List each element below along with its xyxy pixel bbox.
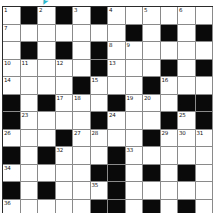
clue-number: 36 (4, 200, 10, 207)
black-cell (143, 165, 161, 183)
white-cell[interactable]: 19 (126, 95, 144, 113)
white-cell[interactable]: 1 (3, 7, 21, 25)
white-cell[interactable] (178, 42, 196, 60)
black-cell (91, 112, 109, 130)
black-cell (56, 130, 74, 148)
clue-number: 29 (162, 130, 168, 137)
clue-number: 12 (57, 60, 63, 67)
clue-number: 1 (4, 7, 7, 14)
clue-number: 19 (127, 95, 133, 102)
white-cell[interactable] (73, 182, 91, 200)
white-cell[interactable]: 7 (3, 25, 21, 43)
black-cell (3, 182, 21, 200)
white-cell[interactable] (196, 200, 214, 214)
white-cell[interactable] (3, 42, 21, 60)
white-cell[interactable]: 35 (91, 182, 109, 200)
white-cell[interactable] (143, 42, 161, 60)
white-cell[interactable] (196, 77, 214, 95)
white-cell[interactable]: 14 (3, 77, 21, 95)
clue-number: 11 (22, 60, 28, 67)
black-cell (196, 95, 214, 113)
crossword-grid: 1234567891011121314151617181920232425262… (2, 6, 213, 213)
white-cell[interactable] (73, 200, 91, 214)
white-cell[interactable] (38, 165, 56, 183)
black-cell (91, 165, 109, 183)
white-cell[interactable] (143, 112, 161, 130)
white-cell[interactable] (91, 25, 109, 43)
white-cell[interactable] (73, 165, 91, 183)
white-cell[interactable] (196, 147, 214, 165)
black-cell (143, 200, 161, 214)
black-cell (108, 200, 126, 214)
white-cell[interactable] (73, 60, 91, 78)
white-cell[interactable] (196, 7, 214, 25)
white-cell[interactable] (56, 182, 74, 200)
white-cell[interactable] (161, 95, 179, 113)
white-cell[interactable] (21, 165, 39, 183)
white-cell[interactable] (73, 147, 91, 165)
black-cell (91, 7, 109, 25)
clue-number: 15 (92, 77, 98, 84)
black-cell (3, 95, 21, 113)
black-cell (91, 200, 109, 214)
white-cell[interactable]: 24 (108, 112, 126, 130)
clue-number: 8 (109, 42, 112, 49)
white-cell[interactable] (56, 25, 74, 43)
white-cell[interactable] (143, 60, 161, 78)
white-cell[interactable]: 25 (178, 112, 196, 130)
white-cell[interactable] (126, 165, 144, 183)
white-cell[interactable]: 33 (126, 147, 144, 165)
white-cell[interactable] (161, 182, 179, 200)
clue-number: 14 (4, 77, 10, 84)
black-cell (3, 147, 21, 165)
white-cell[interactable] (126, 182, 144, 200)
white-cell[interactable] (56, 112, 74, 130)
black-cell (196, 60, 214, 78)
black-cell (178, 200, 196, 214)
white-cell[interactable] (108, 25, 126, 43)
black-cell (21, 7, 39, 25)
black-cell (38, 182, 56, 200)
white-cell[interactable] (56, 200, 74, 214)
white-cell[interactable]: 4 (108, 7, 126, 25)
clue-number: 5 (144, 7, 147, 14)
black-cell (108, 165, 126, 183)
black-cell (38, 95, 56, 113)
white-cell[interactable] (126, 7, 144, 25)
white-cell[interactable] (178, 77, 196, 95)
white-cell[interactable]: 2 (38, 7, 56, 25)
clue-number: 6 (179, 7, 182, 14)
clue-number: 16 (162, 77, 168, 84)
clue-number: 23 (22, 112, 28, 119)
white-cell[interactable]: 16 (161, 77, 179, 95)
white-cell[interactable] (21, 182, 39, 200)
clue-number: 34 (4, 165, 10, 172)
white-cell[interactable]: 15 (91, 77, 109, 95)
white-cell[interactable] (56, 165, 74, 183)
white-cell[interactable] (21, 95, 39, 113)
clue-number: 24 (109, 112, 115, 119)
black-cell (3, 112, 21, 130)
black-cell (91, 42, 109, 60)
white-cell[interactable]: 32 (56, 147, 74, 165)
white-cell[interactable] (161, 42, 179, 60)
white-cell[interactable] (143, 147, 161, 165)
black-cell (161, 25, 179, 43)
white-cell[interactable] (38, 130, 56, 148)
white-cell[interactable] (56, 77, 74, 95)
white-cell[interactable]: 23 (21, 112, 39, 130)
white-cell[interactable]: 31 (196, 130, 214, 148)
white-cell[interactable] (126, 200, 144, 214)
white-cell[interactable] (126, 112, 144, 130)
white-cell[interactable]: 3 (73, 7, 91, 25)
white-cell[interactable]: 13 (108, 60, 126, 78)
white-cell[interactable] (196, 42, 214, 60)
white-cell[interactable] (126, 77, 144, 95)
white-cell[interactable] (108, 130, 126, 148)
black-cell (143, 77, 161, 95)
clue-number: 25 (179, 112, 185, 119)
white-cell[interactable] (178, 147, 196, 165)
black-cell (73, 77, 91, 95)
white-cell[interactable]: 30 (178, 130, 196, 148)
black-cell (161, 60, 179, 78)
white-cell[interactable] (178, 182, 196, 200)
clue-number: 18 (74, 95, 80, 102)
clue-number: 30 (179, 130, 185, 137)
clue-number: 3 (74, 7, 77, 14)
clue-number: 2 (39, 7, 42, 14)
black-cell (178, 165, 196, 183)
white-cell[interactable]: 18 (73, 95, 91, 113)
black-cell (196, 112, 214, 130)
white-cell[interactable] (143, 182, 161, 200)
white-cell[interactable] (38, 77, 56, 95)
white-cell[interactable] (21, 147, 39, 165)
clue-number: 4 (109, 7, 112, 14)
clue-number: 10 (4, 60, 10, 67)
white-cell[interactable]: 9 (126, 42, 144, 60)
white-cell[interactable] (143, 25, 161, 43)
white-cell[interactable]: 29 (161, 130, 179, 148)
white-cell[interactable]: 27 (73, 130, 91, 148)
white-cell[interactable] (38, 60, 56, 78)
white-cell[interactable] (126, 60, 144, 78)
white-cell[interactable] (91, 147, 109, 165)
white-cell[interactable]: 26 (3, 130, 21, 148)
white-cell[interactable]: 20 (143, 95, 161, 113)
clue-number: 13 (109, 60, 115, 67)
white-cell[interactable] (91, 95, 109, 113)
white-cell[interactable] (21, 130, 39, 148)
clue-number: 20 (144, 95, 150, 102)
white-cell[interactable]: 17 (56, 95, 74, 113)
black-cell (108, 147, 126, 165)
clue-number: 33 (127, 147, 133, 154)
clue-number: 32 (57, 147, 63, 154)
white-cell[interactable] (38, 42, 56, 60)
white-cell[interactable] (161, 200, 179, 214)
black-cell (108, 182, 126, 200)
white-cell[interactable] (108, 77, 126, 95)
white-cell[interactable]: 6 (178, 7, 196, 25)
white-cell[interactable]: 34 (3, 165, 21, 183)
black-cell (126, 25, 144, 43)
black-cell (196, 25, 214, 43)
white-cell[interactable] (196, 182, 214, 200)
black-cell (91, 60, 109, 78)
white-cell[interactable] (126, 130, 144, 148)
clue-number: 17 (57, 95, 63, 102)
clue-number: 9 (127, 42, 130, 49)
white-cell[interactable]: 8 (108, 42, 126, 60)
black-cell (21, 42, 39, 60)
clue-number: 28 (92, 130, 98, 137)
white-cell[interactable] (73, 25, 91, 43)
black-cell (56, 7, 74, 25)
white-cell[interactable]: 28 (91, 130, 109, 148)
black-cell (108, 95, 126, 113)
white-cell[interactable] (21, 200, 39, 214)
white-cell[interactable]: 5 (143, 7, 161, 25)
white-cell[interactable]: 12 (56, 60, 74, 78)
white-cell[interactable] (38, 112, 56, 130)
white-cell[interactable] (21, 77, 39, 95)
clue-number: 7 (4, 25, 7, 32)
black-cell (143, 130, 161, 148)
clue-number: 26 (4, 130, 10, 137)
white-cell[interactable] (161, 7, 179, 25)
white-cell[interactable] (161, 165, 179, 183)
clue-number: 27 (74, 130, 80, 137)
white-cell[interactable] (73, 112, 91, 130)
white-cell[interactable] (178, 25, 196, 43)
clue-number: 31 (197, 130, 203, 137)
black-cell (161, 112, 179, 130)
white-cell[interactable]: 11 (21, 60, 39, 78)
black-cell (38, 147, 56, 165)
white-cell[interactable] (161, 147, 179, 165)
white-cell[interactable]: 10 (3, 60, 21, 78)
white-cell[interactable] (38, 200, 56, 214)
white-cell[interactable] (196, 165, 214, 183)
white-cell[interactable] (21, 25, 39, 43)
white-cell[interactable]: 36 (3, 200, 21, 214)
black-cell (56, 42, 74, 60)
white-cell[interactable] (178, 60, 196, 78)
white-cell[interactable] (38, 25, 56, 43)
white-cell[interactable] (73, 42, 91, 60)
clue-number: 35 (92, 182, 98, 189)
black-cell (178, 95, 196, 113)
